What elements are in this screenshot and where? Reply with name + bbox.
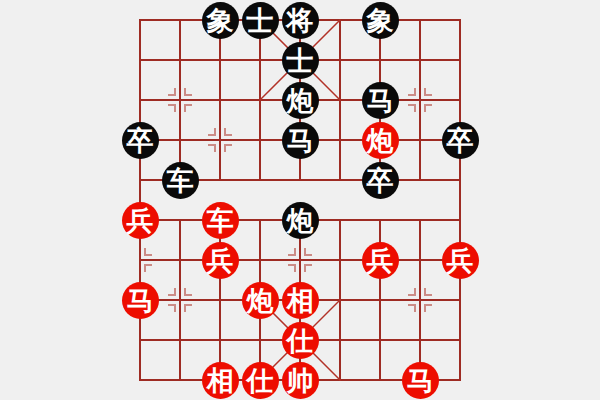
- red-soldier[interactable]: 兵: [442, 242, 479, 279]
- point-marker-corner: [424, 88, 432, 96]
- black-cannon[interactable]: 炮: [282, 82, 319, 119]
- red-elephant[interactable]: 相: [202, 362, 239, 399]
- point-marker-corner: [168, 88, 176, 96]
- black-soldier[interactable]: 卒: [442, 122, 479, 159]
- point-marker-corner: [408, 304, 416, 312]
- red-soldier[interactable]: 兵: [362, 242, 399, 279]
- point-marker-corner: [144, 264, 152, 272]
- point-marker-corner: [408, 288, 416, 296]
- point-marker-corner: [168, 288, 176, 296]
- point-marker-corner: [224, 128, 232, 136]
- point-marker-corner: [144, 248, 152, 256]
- red-general[interactable]: 帅: [282, 362, 319, 399]
- point-marker-corner: [208, 144, 216, 152]
- point-marker-corner: [184, 104, 192, 112]
- red-advisor[interactable]: 仕: [282, 322, 319, 359]
- point-marker-corner: [184, 304, 192, 312]
- point-marker-corner: [408, 88, 416, 96]
- black-horse[interactable]: 马: [362, 82, 399, 119]
- point-marker-corner: [424, 104, 432, 112]
- red-soldier[interactable]: 兵: [202, 242, 239, 279]
- black-cannon[interactable]: 炮: [282, 202, 319, 239]
- red-horse[interactable]: 马: [402, 362, 439, 399]
- red-horse[interactable]: 马: [122, 282, 159, 319]
- black-elephant[interactable]: 象: [202, 2, 239, 39]
- black-soldier[interactable]: 卒: [362, 162, 399, 199]
- point-marker-corner: [288, 248, 296, 256]
- black-chariot[interactable]: 车: [162, 162, 199, 199]
- point-marker-corner: [184, 88, 192, 96]
- red-cannon[interactable]: 炮: [362, 122, 399, 159]
- point-marker-corner: [224, 144, 232, 152]
- point-marker-corner: [424, 304, 432, 312]
- black-elephant[interactable]: 象: [362, 2, 399, 39]
- point-marker-corner: [184, 288, 192, 296]
- point-marker-corner: [304, 248, 312, 256]
- point-marker-corner: [288, 264, 296, 272]
- xiangqi-board: 象士将象士炮马卒马炮卒车卒兵车炮兵兵兵马炮相仕相仕帅马: [0, 0, 600, 400]
- black-soldier[interactable]: 卒: [122, 122, 159, 159]
- black-advisor[interactable]: 士: [242, 2, 279, 39]
- red-soldier[interactable]: 兵: [122, 202, 159, 239]
- red-cannon[interactable]: 炮: [242, 282, 279, 319]
- red-elephant[interactable]: 相: [282, 282, 319, 319]
- point-marker-corner: [304, 264, 312, 272]
- red-advisor[interactable]: 仕: [242, 362, 279, 399]
- black-advisor[interactable]: 士: [282, 42, 319, 79]
- black-general[interactable]: 将: [282, 2, 319, 39]
- point-marker-corner: [424, 288, 432, 296]
- point-marker-corner: [208, 128, 216, 136]
- point-marker-corner: [168, 104, 176, 112]
- red-chariot[interactable]: 车: [202, 202, 239, 239]
- point-marker-corner: [408, 104, 416, 112]
- black-horse[interactable]: 马: [282, 122, 319, 159]
- point-marker-corner: [168, 304, 176, 312]
